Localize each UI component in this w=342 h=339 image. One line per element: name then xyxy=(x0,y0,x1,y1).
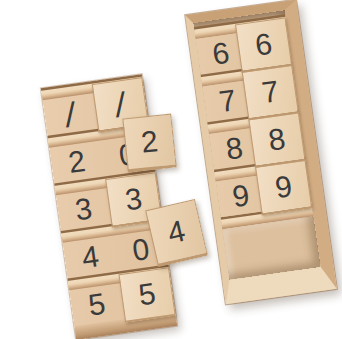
tens-cell: 5 xyxy=(69,283,125,326)
loose-tile-digit: 4 xyxy=(146,200,206,264)
loose-tile-2[interactable]: 2 xyxy=(122,114,176,173)
unit-digit: 6 xyxy=(236,18,291,70)
unit-tile-8[interactable]: 8 xyxy=(248,112,305,168)
unit-digit: 5 xyxy=(120,268,175,320)
unit-digit: 7 xyxy=(243,66,298,118)
unit-tile-5[interactable]: 5 xyxy=(118,267,175,323)
box-interior: 6 6 7 7 xyxy=(193,10,320,279)
unit-digit: 9 xyxy=(256,161,311,213)
unit-tile-9[interactable]: 9 xyxy=(255,160,312,216)
loose-tile-digit: 2 xyxy=(123,115,175,170)
unit-tile-7[interactable]: 7 xyxy=(242,65,299,121)
unit-cell: 9 xyxy=(261,169,312,211)
unit-cell: 7 xyxy=(248,74,299,116)
unit-tile-6[interactable]: 6 xyxy=(235,17,292,73)
tens-board-left: / / 2 0 xyxy=(41,74,177,339)
storage-box: 6 6 7 7 xyxy=(185,0,337,304)
unit-cell: 5 xyxy=(120,276,176,319)
unit-cell: 6 xyxy=(241,26,292,68)
tens-digit: 5 xyxy=(69,283,125,326)
unit-digit: 8 xyxy=(249,113,304,165)
scene: / / 2 0 xyxy=(0,0,342,339)
unit-cell: 8 xyxy=(255,121,306,163)
